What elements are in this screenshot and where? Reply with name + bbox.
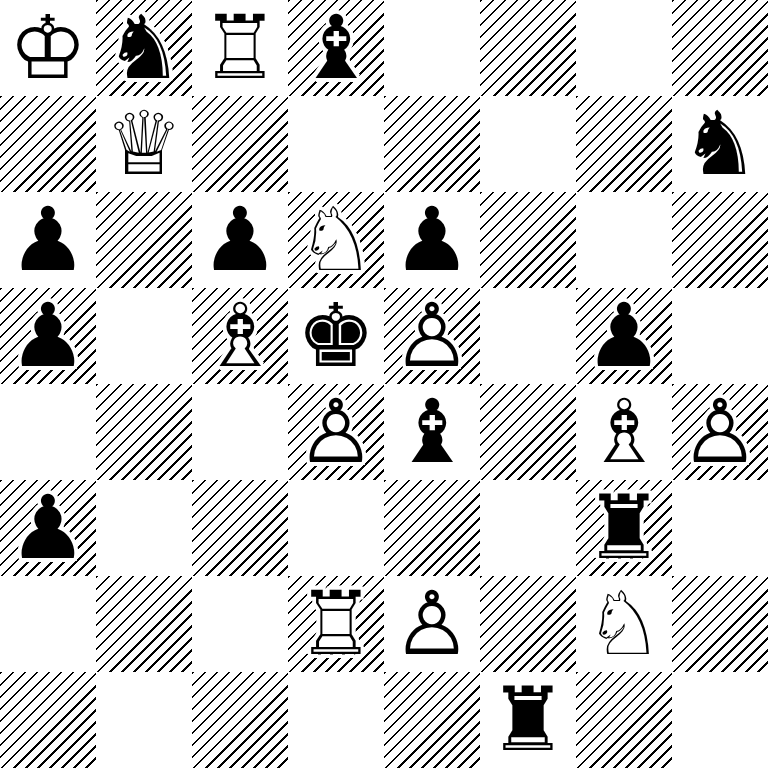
square-a8[interactable]: ♚♔ (0, 0, 96, 96)
square-a5[interactable]: ♟ (0, 288, 96, 384)
square-c1[interactable] (192, 672, 288, 768)
square-d4[interactable]: ♟♙ (288, 384, 384, 480)
square-b3[interactable] (96, 480, 192, 576)
square-d3[interactable] (288, 480, 384, 576)
square-a4[interactable] (0, 384, 96, 480)
square-b7[interactable]: ♛♕ (96, 96, 192, 192)
square-c5[interactable]: ♝♗ (192, 288, 288, 384)
piece-glyph: ♜ (576, 480, 672, 576)
piece-glyph: ♘ (288, 192, 384, 288)
piece-black-bishop[interactable]: ♝ (384, 384, 480, 480)
square-f4[interactable] (480, 384, 576, 480)
square-g3[interactable]: ♜ (576, 480, 672, 576)
piece-glyph: ♟ (576, 288, 672, 384)
piece-black-pawn[interactable]: ♟ (0, 288, 96, 384)
square-h2[interactable] (672, 576, 768, 672)
square-c4[interactable] (192, 384, 288, 480)
square-g4[interactable]: ♝♗ (576, 384, 672, 480)
square-a3[interactable]: ♟ (0, 480, 96, 576)
piece-glyph: ♕ (96, 96, 192, 192)
piece-white-pawn[interactable]: ♟♙ (384, 288, 480, 384)
piece-white-rook[interactable]: ♜♖ (288, 576, 384, 672)
square-f5[interactable] (480, 288, 576, 384)
square-g2[interactable]: ♞♘ (576, 576, 672, 672)
piece-black-king[interactable]: ♚ (288, 288, 384, 384)
piece-glyph: ♖ (288, 576, 384, 672)
square-e2[interactable]: ♟♙ (384, 576, 480, 672)
square-d6[interactable]: ♞♘ (288, 192, 384, 288)
square-d5[interactable]: ♚ (288, 288, 384, 384)
piece-glyph: ♙ (384, 288, 480, 384)
piece-white-king[interactable]: ♚♔ (0, 0, 96, 96)
square-a6[interactable]: ♟ (0, 192, 96, 288)
square-e7[interactable] (384, 96, 480, 192)
square-g7[interactable] (576, 96, 672, 192)
piece-glyph: ♟ (0, 480, 96, 576)
square-a7[interactable] (0, 96, 96, 192)
piece-white-pawn[interactable]: ♟♙ (672, 384, 768, 480)
square-b4[interactable] (96, 384, 192, 480)
piece-glyph: ♙ (288, 384, 384, 480)
square-h1[interactable] (672, 672, 768, 768)
piece-black-rook[interactable]: ♜ (480, 672, 576, 768)
piece-glyph: ♘ (576, 576, 672, 672)
square-e8[interactable] (384, 0, 480, 96)
square-c2[interactable] (192, 576, 288, 672)
piece-glyph: ♟ (0, 192, 96, 288)
piece-black-bishop[interactable]: ♝ (288, 0, 384, 96)
square-h4[interactable]: ♟♙ (672, 384, 768, 480)
square-c6[interactable]: ♟ (192, 192, 288, 288)
piece-black-pawn[interactable]: ♟ (192, 192, 288, 288)
square-c8[interactable]: ♜♖ (192, 0, 288, 96)
square-d7[interactable] (288, 96, 384, 192)
piece-glyph: ♗ (192, 288, 288, 384)
square-c7[interactable] (192, 96, 288, 192)
square-e4[interactable]: ♝ (384, 384, 480, 480)
square-a2[interactable] (0, 576, 96, 672)
square-d1[interactable] (288, 672, 384, 768)
square-f1[interactable]: ♜ (480, 672, 576, 768)
square-f7[interactable] (480, 96, 576, 192)
piece-glyph: ♔ (0, 0, 96, 96)
piece-glyph: ♞ (672, 96, 768, 192)
square-e1[interactable] (384, 672, 480, 768)
piece-glyph: ♚ (288, 288, 384, 384)
piece-glyph: ♗ (576, 384, 672, 480)
piece-glyph: ♙ (672, 384, 768, 480)
square-h3[interactable] (672, 480, 768, 576)
square-e6[interactable]: ♟ (384, 192, 480, 288)
square-f2[interactable] (480, 576, 576, 672)
square-b5[interactable] (96, 288, 192, 384)
piece-white-queen[interactable]: ♛♕ (96, 96, 192, 192)
square-c3[interactable] (192, 480, 288, 576)
square-b2[interactable] (96, 576, 192, 672)
piece-black-pawn[interactable]: ♟ (384, 192, 480, 288)
piece-white-knight[interactable]: ♞♘ (288, 192, 384, 288)
piece-white-rook[interactable]: ♜♖ (192, 0, 288, 96)
square-d8[interactable]: ♝ (288, 0, 384, 96)
square-h6[interactable] (672, 192, 768, 288)
square-g5[interactable]: ♟ (576, 288, 672, 384)
square-g8[interactable] (576, 0, 672, 96)
piece-black-pawn[interactable]: ♟ (576, 288, 672, 384)
piece-black-pawn[interactable]: ♟ (0, 480, 96, 576)
piece-black-rook[interactable]: ♜ (576, 480, 672, 576)
piece-black-knight[interactable]: ♞ (96, 0, 192, 96)
piece-glyph: ♟ (384, 192, 480, 288)
square-b6[interactable] (96, 192, 192, 288)
piece-glyph: ♟ (192, 192, 288, 288)
piece-glyph: ♞ (96, 0, 192, 96)
piece-white-knight[interactable]: ♞♘ (576, 576, 672, 672)
square-g1[interactable] (576, 672, 672, 768)
square-f3[interactable] (480, 480, 576, 576)
square-a1[interactable] (0, 672, 96, 768)
piece-white-bishop[interactable]: ♝♗ (192, 288, 288, 384)
square-b8[interactable]: ♞ (96, 0, 192, 96)
square-e3[interactable] (384, 480, 480, 576)
square-d2[interactable]: ♜♖ (288, 576, 384, 672)
square-f8[interactable] (480, 0, 576, 96)
square-e5[interactable]: ♟♙ (384, 288, 480, 384)
piece-glyph: ♜ (480, 672, 576, 768)
piece-glyph: ♟ (0, 288, 96, 384)
square-f6[interactable] (480, 192, 576, 288)
square-h7[interactable]: ♞ (672, 96, 768, 192)
square-h5[interactable] (672, 288, 768, 384)
piece-glyph: ♖ (192, 0, 288, 96)
square-b1[interactable] (96, 672, 192, 768)
piece-glyph: ♝ (288, 0, 384, 96)
piece-black-knight[interactable]: ♞ (672, 96, 768, 192)
piece-white-pawn[interactable]: ♟♙ (288, 384, 384, 480)
piece-glyph: ♝ (384, 384, 480, 480)
piece-black-pawn[interactable]: ♟ (0, 192, 96, 288)
piece-white-bishop[interactable]: ♝♗ (576, 384, 672, 480)
piece-white-pawn[interactable]: ♟♙ (384, 576, 480, 672)
square-g6[interactable] (576, 192, 672, 288)
piece-glyph: ♙ (384, 576, 480, 672)
square-h8[interactable] (672, 0, 768, 96)
chess-board: ♚♔♞♜♖♝♛♕♞♟♟♞♘♟♟♝♗♚♟♙♟♟♙♝♝♗♟♙♟♜♜♖♟♙♞♘♜ (0, 0, 768, 768)
